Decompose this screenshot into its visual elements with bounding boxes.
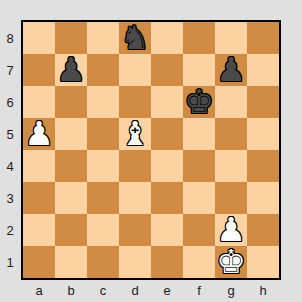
square-e6[interactable] [151,86,183,118]
square-a3[interactable] [23,182,55,214]
rank-label-5: 5 [0,118,20,150]
piece-white-bishop-d5[interactable]: ♝ [119,118,151,150]
square-f5[interactable] [183,118,215,150]
file-labels: abcdefgh [23,281,279,299]
file-label-d: d [119,281,151,299]
chess-board: ♞♟♟♚♟♝♟♚ [21,20,281,280]
file-label-g: g [215,281,247,299]
square-a4[interactable] [23,150,55,182]
square-h8[interactable] [247,22,279,54]
square-e4[interactable] [151,150,183,182]
square-h4[interactable] [247,150,279,182]
piece-black-pawn-g7[interactable]: ♟ [215,54,247,86]
rank-label-6: 6 [0,86,20,118]
rank-label-1: 1 [0,246,20,278]
square-h1[interactable] [247,246,279,278]
file-label-f: f [183,281,215,299]
file-label-e: e [151,281,183,299]
square-d7[interactable] [119,54,151,86]
square-c4[interactable] [87,150,119,182]
rank-label-2: 2 [0,214,20,246]
square-h6[interactable] [247,86,279,118]
square-d8[interactable]: ♞ [119,22,151,54]
square-h7[interactable] [247,54,279,86]
square-h3[interactable] [247,182,279,214]
square-f2[interactable] [183,214,215,246]
square-h2[interactable] [247,214,279,246]
square-e5[interactable] [151,118,183,150]
square-b2[interactable] [55,214,87,246]
rank-label-4: 4 [0,150,20,182]
square-b5[interactable] [55,118,87,150]
rank-label-7: 7 [0,54,20,86]
square-b1[interactable] [55,246,87,278]
square-d3[interactable] [119,182,151,214]
square-g1[interactable]: ♚ [215,246,247,278]
file-label-b: b [55,281,87,299]
square-f4[interactable] [183,150,215,182]
square-b4[interactable] [55,150,87,182]
piece-black-king-f6[interactable]: ♚ [183,86,215,118]
square-e7[interactable] [151,54,183,86]
square-c1[interactable] [87,246,119,278]
file-label-a: a [23,281,55,299]
square-f3[interactable] [183,182,215,214]
square-e3[interactable] [151,182,183,214]
square-a1[interactable] [23,246,55,278]
square-f8[interactable] [183,22,215,54]
rank-labels: 87654321 [0,22,20,278]
square-a5[interactable]: ♟ [23,118,55,150]
square-a7[interactable] [23,54,55,86]
square-d2[interactable] [119,214,151,246]
square-e2[interactable] [151,214,183,246]
square-d1[interactable] [119,246,151,278]
rank-label-8: 8 [0,22,20,54]
square-c5[interactable] [87,118,119,150]
square-g5[interactable] [215,118,247,150]
piece-white-pawn-a5[interactable]: ♟ [23,118,55,150]
square-g4[interactable] [215,150,247,182]
square-b6[interactable] [55,86,87,118]
square-c2[interactable] [87,214,119,246]
square-d5[interactable]: ♝ [119,118,151,150]
square-b3[interactable] [55,182,87,214]
square-e8[interactable] [151,22,183,54]
square-c6[interactable] [87,86,119,118]
square-h5[interactable] [247,118,279,150]
rank-label-3: 3 [0,182,20,214]
square-e1[interactable] [151,246,183,278]
file-label-h: h [247,281,279,299]
square-b7[interactable]: ♟ [55,54,87,86]
square-d4[interactable] [119,150,151,182]
square-f1[interactable] [183,246,215,278]
piece-black-knight-d8[interactable]: ♞ [119,22,151,54]
square-g7[interactable]: ♟ [215,54,247,86]
piece-white-king-g1[interactable]: ♚ [215,246,247,278]
file-label-c: c [87,281,119,299]
square-c7[interactable] [87,54,119,86]
square-g6[interactable] [215,86,247,118]
square-a8[interactable] [23,22,55,54]
square-a2[interactable] [23,214,55,246]
square-f6[interactable]: ♚ [183,86,215,118]
square-c8[interactable] [87,22,119,54]
piece-black-pawn-b7[interactable]: ♟ [55,54,87,86]
square-c3[interactable] [87,182,119,214]
chess-diagram: 87654321 ♞♟♟♚♟♝♟♚ abcdefgh [0,0,302,302]
